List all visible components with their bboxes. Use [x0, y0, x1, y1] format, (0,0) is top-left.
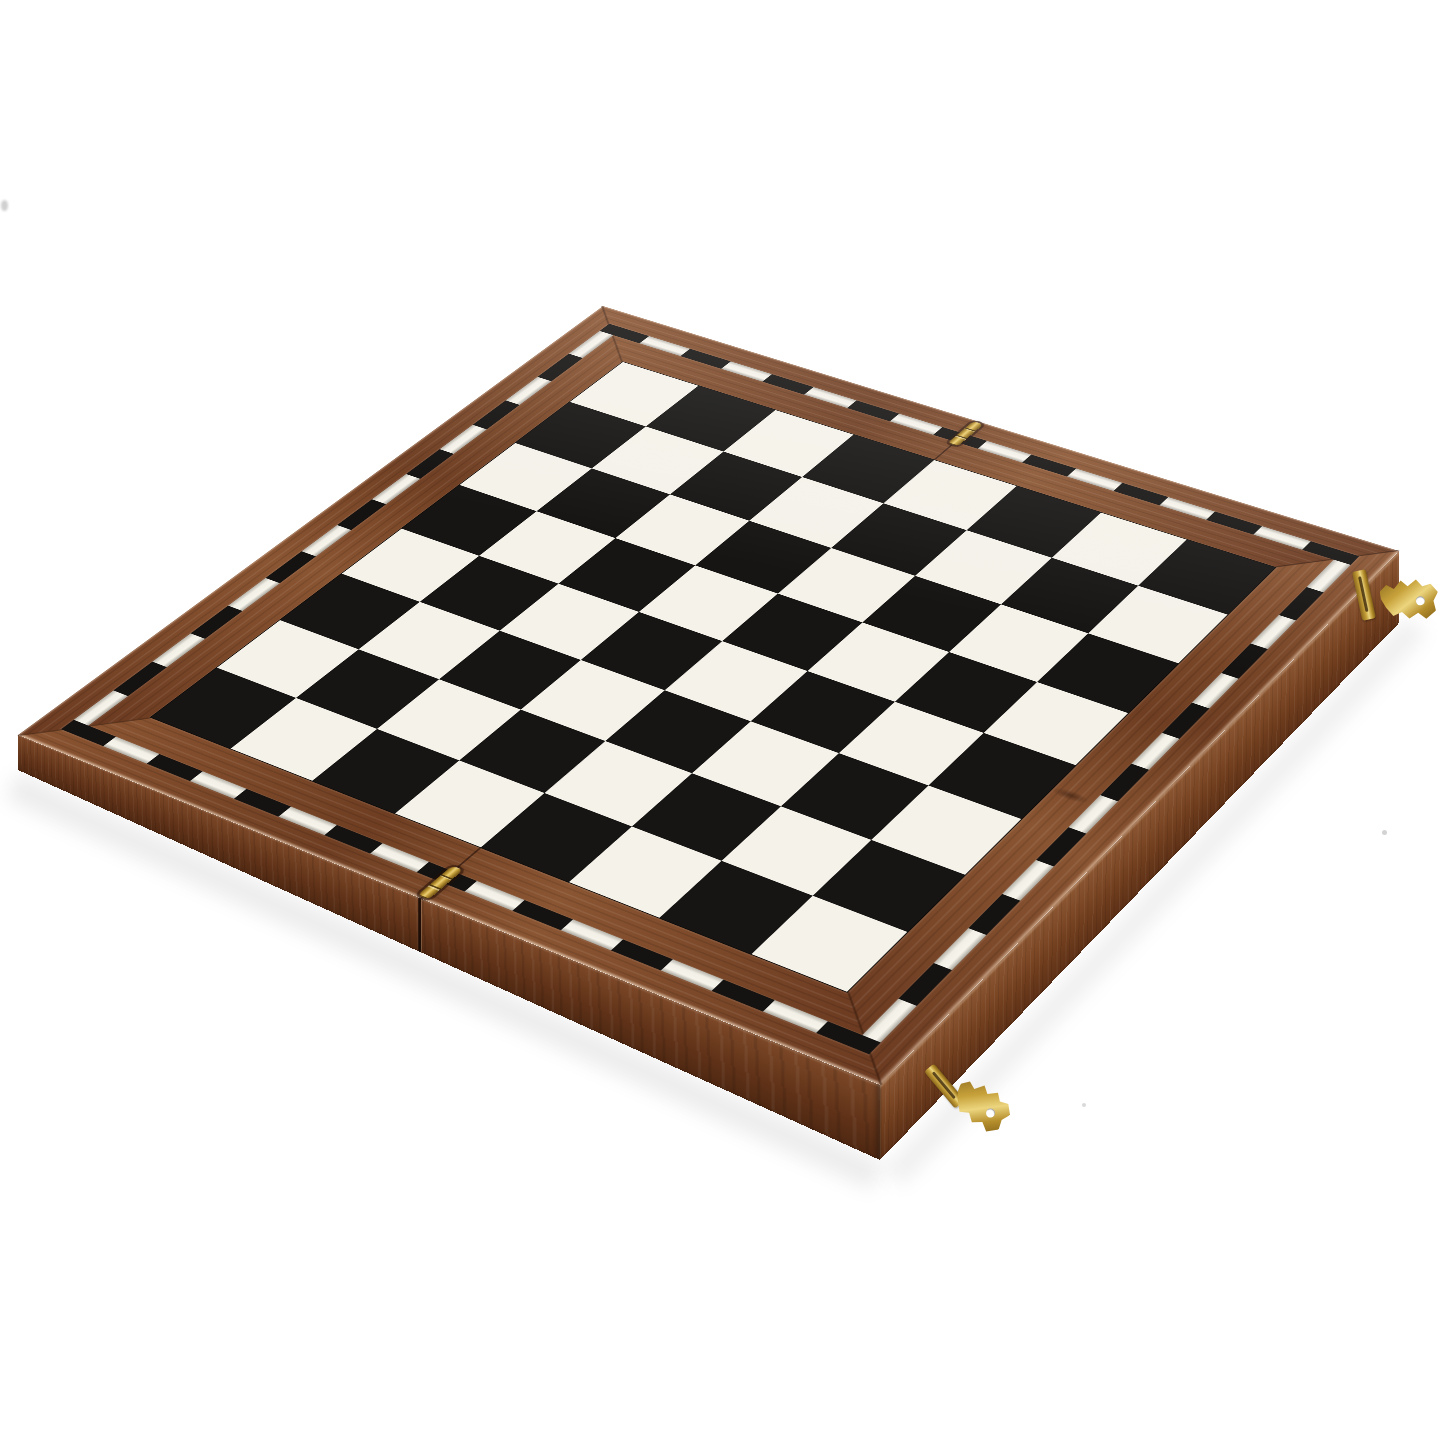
backdrop-speck	[1082, 1103, 1086, 1107]
fold-seam-side-crack	[418, 898, 421, 953]
backdrop-speck	[1382, 830, 1387, 835]
backdrop-speck	[1, 200, 8, 211]
chess-board	[18, 306, 1399, 1085]
product-photo-scene	[0, 0, 1445, 1445]
